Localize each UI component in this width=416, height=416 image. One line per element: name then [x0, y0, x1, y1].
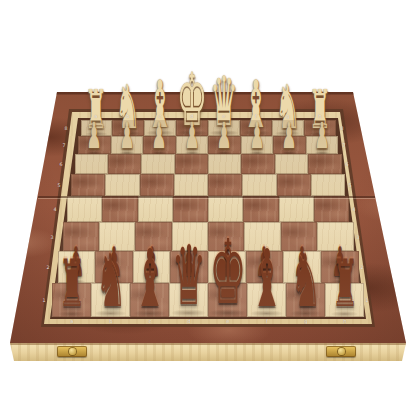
hinge-left: [57, 346, 87, 357]
piece-glyph: ♝: [133, 239, 166, 318]
piece-glyph: ♜: [331, 253, 358, 318]
chessboard: ♜♞♝♚♛♝♞♜♟♟♟♟♟♟♟♟♟♟♟♟♟♟♟♟♜♞♝♛♚♝♞♜ aabbccd…: [0, 92, 416, 364]
hinge-right: [326, 346, 356, 357]
square-h5: [311, 174, 345, 196]
piece-glyph: ♟: [184, 119, 199, 155]
board-row: [75, 154, 342, 174]
square-b6: [108, 154, 141, 174]
piece-glyph: ♝: [250, 239, 283, 318]
square-c6: [141, 154, 174, 174]
square-d7: ♟: [176, 136, 209, 154]
board-row: [71, 174, 345, 196]
piece-glyph: ♞: [95, 244, 126, 318]
piece-glyph: ♛: [171, 236, 205, 318]
square-a4: [67, 196, 102, 222]
square-f1: ♝: [247, 283, 286, 317]
square-a5: [71, 174, 105, 196]
square-d5: [174, 174, 208, 196]
square-d4: [173, 196, 208, 222]
square-c1: ♝: [130, 283, 169, 317]
product-photo: ♜♞♝♚♛♝♞♜♟♟♟♟♟♟♟♟♟♟♟♟♟♟♟♟♜♞♝♛♚♝♞♜ aabbccd…: [0, 0, 416, 416]
square-a7: ♟: [78, 136, 111, 154]
square-g1: ♞: [286, 283, 325, 317]
square-c7: ♟: [143, 136, 176, 154]
board-row: ♟♟♟♟♟♟♟♟: [78, 136, 338, 154]
square-h1: ♜: [325, 283, 364, 317]
square-g4: [279, 196, 314, 222]
piece-glyph: ♟: [217, 119, 232, 155]
board-row: ♜♞♝♛♚♝♞♜: [52, 283, 364, 317]
square-a6: [75, 154, 108, 174]
square-g7: ♟: [273, 136, 306, 154]
square-b4: [102, 196, 137, 222]
piece-glyph: ♟: [87, 119, 102, 155]
square-g6: [275, 154, 308, 174]
square-f6: [241, 154, 274, 174]
board-front-edge: [0, 343, 416, 361]
board-row: [67, 196, 349, 222]
square-f4: [243, 196, 278, 222]
square-e5: [208, 174, 242, 196]
square-c4: [138, 196, 173, 222]
square-f7: ♟: [241, 136, 274, 154]
square-e1: ♚: [208, 283, 247, 317]
square-b1: ♞: [91, 283, 130, 317]
piece-glyph: ♟: [249, 119, 264, 155]
piece-glyph: ♟: [282, 119, 297, 155]
square-d6: [175, 154, 208, 174]
piece-glyph: ♞: [290, 244, 321, 318]
square-e7: ♟: [208, 136, 241, 154]
square-h7: ♟: [306, 136, 339, 154]
piece-glyph: ♚: [209, 229, 246, 318]
piece-glyph: ♟: [119, 119, 134, 155]
square-c5: [140, 174, 174, 196]
square-b5: [105, 174, 139, 196]
playing-area: ♜♞♝♚♛♝♞♜♟♟♟♟♟♟♟♟♟♟♟♟♟♟♟♟♜♞♝♛♚♝♞♜: [0, 120, 416, 317]
square-e4: [208, 196, 243, 222]
piece-glyph: ♟: [314, 119, 329, 155]
square-e6: [208, 154, 241, 174]
square-f5: [242, 174, 276, 196]
square-a1: ♜: [52, 283, 91, 317]
piece-glyph: ♟: [152, 119, 167, 155]
square-g5: [277, 174, 311, 196]
square-b7: ♟: [111, 136, 144, 154]
square-h4: [314, 196, 349, 222]
square-h6: [308, 154, 341, 174]
piece-glyph: ♜: [58, 253, 85, 318]
